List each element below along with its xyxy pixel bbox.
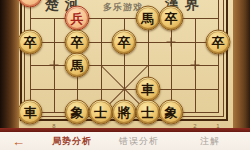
point-marker [167,37,176,46]
piece-glyph: 馬 [71,54,84,77]
xiangqi-board[interactable]: 821兵馬卒卒卒卒卒馬車車象士將士象 [0,0,250,132]
piece-black-horse[interactable]: 馬 [135,6,160,31]
piece-glyph: 馬 [141,7,154,30]
piece-glyph: 卒 [212,30,225,53]
piece-glyph: 將 [118,101,131,124]
piece-glyph: 卒 [24,30,37,53]
piece-black-soldier[interactable]: 卒 [112,29,137,54]
piece-black-soldier[interactable]: 卒 [65,29,90,54]
piece-glyph: 卒 [71,30,84,53]
piece-glyph: 卒 [165,7,178,30]
piece-glyph: 象 [165,101,178,124]
piece-glyph: 車 [24,101,37,124]
board-frame-right [233,0,250,132]
piece-glyph: 車 [141,77,154,100]
piece-black-general[interactable]: 將 [112,100,137,125]
piece-black-advisor[interactable]: 士 [88,100,113,125]
piece-glyph: 象 [71,101,84,124]
tab-situation-analysis[interactable]: 局势分析 [52,135,92,148]
piece-red-soldier[interactable]: 兵 [65,6,90,31]
piece-glyph: 士 [94,101,107,124]
point-marker [190,61,199,70]
piece-black-horse[interactable]: 馬 [65,53,90,78]
piece-glyph: 兵 [71,7,84,30]
piece-black-chariot[interactable]: 車 [135,76,160,101]
tab-error-analysis[interactable]: 错误分析 [119,135,159,148]
piece-glyph: 士 [141,101,154,124]
point-marker [49,61,58,70]
piece-black-soldier[interactable]: 卒 [18,29,43,54]
piece-black-soldier[interactable]: 卒 [159,6,184,31]
board-area: 821兵馬卒卒卒卒卒馬車車象士將士象 楚河 漢界 多乐游戏 [0,0,250,132]
piece-black-chariot[interactable]: 車 [18,100,43,125]
board-frame-left [0,0,19,132]
xiangqi-review-screen: 821兵馬卒卒卒卒卒馬車車象士將士象 楚河 漢界 多乐游戏 ← 局势分析 错误分… [0,0,250,150]
piece-glyph: 卒 [118,30,131,53]
piece-black-elephant[interactable]: 象 [159,100,184,125]
back-arrow-button[interactable]: ← [12,134,25,149]
piece-black-soldier[interactable]: 卒 [206,29,231,54]
piece-black-elephant[interactable]: 象 [65,100,90,125]
piece-black-advisor[interactable]: 士 [135,100,160,125]
bottom-tab-bar: ← 局势分析 错误分析 注解 [0,132,250,150]
tab-annotation[interactable]: 注解 [200,135,220,148]
